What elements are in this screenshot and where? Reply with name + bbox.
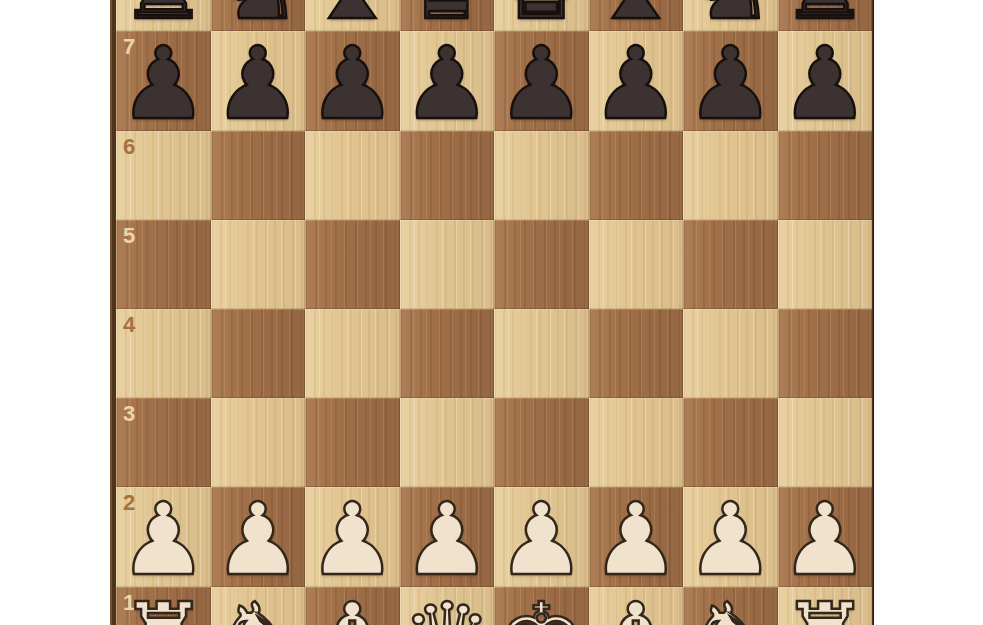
- square-f4[interactable]: [589, 309, 684, 398]
- rank-label-6: 6: [123, 136, 135, 158]
- square-f5[interactable]: [589, 220, 684, 309]
- square-a6[interactable]: 6: [116, 131, 211, 220]
- square-f2[interactable]: ♟: [589, 487, 684, 587]
- piece-white-pawn[interactable]: ♟: [496, 490, 586, 590]
- square-d7[interactable]: ♟: [400, 31, 495, 131]
- square-b6[interactable]: [211, 131, 306, 220]
- piece-white-pawn[interactable]: ♟: [591, 490, 681, 590]
- square-d5[interactable]: [400, 220, 495, 309]
- square-f1[interactable]: ♝: [589, 587, 684, 625]
- square-f7[interactable]: ♟: [589, 31, 684, 131]
- square-g6[interactable]: [683, 131, 778, 220]
- square-e3[interactable]: [494, 398, 589, 487]
- square-f6[interactable]: [589, 131, 684, 220]
- square-e6[interactable]: [494, 131, 589, 220]
- rank-label-5: 5: [123, 225, 135, 247]
- square-d1[interactable]: ♛: [400, 587, 495, 625]
- piece-black-pawn[interactable]: ♟: [213, 34, 303, 134]
- piece-white-knight[interactable]: ♞: [213, 590, 303, 625]
- piece-white-king[interactable]: ♚: [496, 590, 586, 625]
- piece-white-bishop[interactable]: ♝: [307, 590, 397, 625]
- piece-white-queen[interactable]: ♛: [402, 590, 492, 625]
- piece-black-pawn[interactable]: ♟: [402, 34, 492, 134]
- square-h7[interactable]: ♟: [778, 31, 873, 131]
- piece-black-pawn[interactable]: ♟: [591, 34, 681, 134]
- piece-black-pawn[interactable]: ♟: [496, 34, 586, 134]
- piece-black-pawn[interactable]: ♟: [118, 34, 208, 134]
- rank-label-3: 3: [123, 403, 135, 425]
- square-a2[interactable]: 2♟: [116, 487, 211, 587]
- square-g1[interactable]: ♞: [683, 587, 778, 625]
- square-c3[interactable]: [305, 398, 400, 487]
- rank-label-4: 4: [123, 314, 135, 336]
- piece-white-rook[interactable]: ♜: [118, 590, 208, 625]
- piece-black-pawn[interactable]: ♟: [780, 34, 870, 134]
- square-b5[interactable]: [211, 220, 306, 309]
- piece-white-pawn[interactable]: ♟: [402, 490, 492, 590]
- piece-white-bishop[interactable]: ♝: [591, 590, 681, 625]
- square-d3[interactable]: [400, 398, 495, 487]
- square-b4[interactable]: [211, 309, 306, 398]
- chess-board[interactable]: ♜♞♝♛♚♝♞♜7♟♟♟♟♟♟♟♟65432♟♟♟♟♟♟♟♟1♜♞♝♛♚♝♞♜: [116, 0, 872, 625]
- square-d2[interactable]: ♟: [400, 487, 495, 587]
- square-g2[interactable]: ♟: [683, 487, 778, 587]
- square-e5[interactable]: [494, 220, 589, 309]
- square-h3[interactable]: [778, 398, 873, 487]
- square-a4[interactable]: 4: [116, 309, 211, 398]
- square-e1[interactable]: ♚: [494, 587, 589, 625]
- square-b1[interactable]: ♞: [211, 587, 306, 625]
- piece-white-pawn[interactable]: ♟: [780, 490, 870, 590]
- piece-white-pawn[interactable]: ♟: [118, 490, 208, 590]
- square-b2[interactable]: ♟: [211, 487, 306, 587]
- square-d4[interactable]: [400, 309, 495, 398]
- piece-white-knight[interactable]: ♞: [685, 590, 775, 625]
- square-d6[interactable]: [400, 131, 495, 220]
- square-h6[interactable]: [778, 131, 873, 220]
- piece-white-pawn[interactable]: ♟: [307, 490, 397, 590]
- square-g7[interactable]: ♟: [683, 31, 778, 131]
- square-h4[interactable]: [778, 309, 873, 398]
- piece-black-pawn[interactable]: ♟: [307, 34, 397, 134]
- square-c1[interactable]: ♝: [305, 587, 400, 625]
- square-g5[interactable]: [683, 220, 778, 309]
- square-e4[interactable]: [494, 309, 589, 398]
- square-g4[interactable]: [683, 309, 778, 398]
- piece-black-pawn[interactable]: ♟: [685, 34, 775, 134]
- square-b7[interactable]: ♟: [211, 31, 306, 131]
- piece-white-pawn[interactable]: ♟: [685, 490, 775, 590]
- square-a1[interactable]: 1♜: [116, 587, 211, 625]
- page: ♜♞♝♛♚♝♞♜7♟♟♟♟♟♟♟♟65432♟♟♟♟♟♟♟♟1♜♞♝♛♚♝♞♜: [0, 0, 983, 625]
- square-c5[interactable]: [305, 220, 400, 309]
- square-b3[interactable]: [211, 398, 306, 487]
- square-h2[interactable]: ♟: [778, 487, 873, 587]
- square-c6[interactable]: [305, 131, 400, 220]
- square-h5[interactable]: [778, 220, 873, 309]
- square-c7[interactable]: ♟: [305, 31, 400, 131]
- square-g3[interactable]: [683, 398, 778, 487]
- square-h1[interactable]: ♜: [778, 587, 873, 625]
- square-e7[interactable]: ♟: [494, 31, 589, 131]
- square-f3[interactable]: [589, 398, 684, 487]
- square-a7[interactable]: 7♟: [116, 31, 211, 131]
- square-a3[interactable]: 3: [116, 398, 211, 487]
- square-a5[interactable]: 5: [116, 220, 211, 309]
- square-c2[interactable]: ♟: [305, 487, 400, 587]
- square-c4[interactable]: [305, 309, 400, 398]
- piece-white-rook[interactable]: ♜: [780, 590, 870, 625]
- piece-white-pawn[interactable]: ♟: [213, 490, 303, 590]
- square-e2[interactable]: ♟: [494, 487, 589, 587]
